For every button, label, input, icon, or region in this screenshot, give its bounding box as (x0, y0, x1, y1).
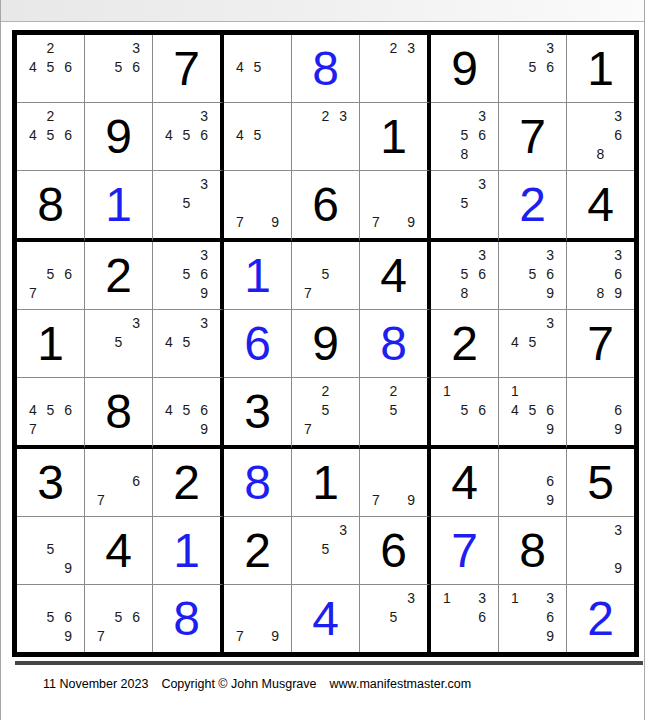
candidate-6: 6 (541, 57, 559, 76)
candidate-5: 5 (456, 264, 474, 283)
candidate-4: 4 (24, 125, 42, 144)
cell-r8c2[interactable]: 4 (85, 517, 153, 585)
candidate-3: 3 (195, 106, 213, 125)
footer-date: 11 November 2023 (43, 677, 148, 691)
candidate-5: 5 (178, 400, 196, 419)
candidate-6: 6 (59, 607, 77, 626)
cell-r3c2[interactable]: 1 (85, 171, 153, 242)
cell-r8c4[interactable]: 2 (224, 517, 292, 585)
cell-r1c5[interactable]: 8 (292, 35, 360, 103)
cell-r1c9[interactable]: 1 (567, 35, 634, 103)
cell-r3c1[interactable]: 8 (17, 171, 85, 242)
candidate-3: 3 (541, 588, 559, 607)
cell-r6c3[interactable]: 4569 (153, 378, 224, 449)
candidate-9: 9 (541, 491, 559, 510)
cell-r4c1[interactable]: 567 (17, 242, 85, 310)
candidate-5: 5 (42, 400, 60, 419)
cell-r8c5[interactable]: 35 (292, 517, 360, 585)
cell-r5c3[interactable]: 345 (153, 310, 224, 378)
solved-digit: 4 (312, 595, 339, 643)
cell-r8c7[interactable]: 7 (431, 517, 499, 585)
cell-r9c7[interactable]: 136 (431, 585, 499, 652)
given-digit: 8 (519, 527, 546, 575)
given-digit: 1 (37, 320, 64, 368)
candidate-5: 5 (42, 539, 60, 558)
solved-digit: 8 (312, 45, 339, 93)
solved-digit: 2 (519, 181, 546, 229)
candidate-3: 3 (609, 106, 627, 125)
candidate-6: 6 (195, 400, 213, 419)
candidate-3: 3 (609, 245, 627, 264)
candidate-2: 2 (385, 381, 403, 400)
candidate-6: 6 (127, 57, 145, 76)
given-digit: 5 (587, 459, 614, 507)
candidate-7: 7 (299, 284, 317, 303)
solved-digit: 8 (380, 320, 407, 368)
candidate-8: 8 (456, 145, 474, 164)
cell-r8c6[interactable]: 6 (360, 517, 431, 585)
candidate-5: 5 (42, 264, 60, 283)
candidate-4: 4 (160, 332, 178, 351)
given-digit: 6 (380, 527, 407, 575)
candidate-6: 6 (59, 400, 77, 419)
app-window: 2456356745823935612456934564523135687368… (0, 0, 645, 720)
candidate-9: 9 (59, 627, 77, 646)
cell-r7c6[interactable]: 79 (360, 449, 431, 517)
candidate-5: 5 (178, 125, 196, 144)
candidate-1: 1 (438, 381, 456, 400)
candidate-2: 2 (385, 38, 403, 57)
candidate-1: 1 (438, 588, 456, 607)
cell-r7c5[interactable]: 1 (292, 449, 360, 517)
candidate-6: 6 (609, 264, 627, 283)
candidate-5: 5 (110, 332, 128, 351)
given-digit: 7 (519, 113, 546, 161)
candidate-7: 7 (92, 491, 110, 510)
candidate-1: 1 (506, 588, 524, 607)
given-digit: 7 (173, 45, 200, 93)
given-digit: 9 (105, 113, 132, 161)
cell-r6c4[interactable]: 3 (224, 378, 292, 449)
cell-r6c2[interactable]: 8 (85, 378, 153, 449)
cell-r2c3[interactable]: 3456 (153, 103, 224, 171)
candidate-3: 3 (195, 245, 213, 264)
candidate-6: 6 (127, 471, 145, 490)
candidate-5: 5 (42, 607, 60, 626)
cell-r6c8[interactable]: 14569 (499, 378, 567, 449)
cell-r6c1[interactable]: 4567 (17, 378, 85, 449)
cell-r4c2[interactable]: 2 (85, 242, 153, 310)
solved-digit: 1 (244, 252, 271, 300)
candidate-5: 5 (524, 400, 542, 419)
cell-r2c7[interactable]: 3568 (431, 103, 499, 171)
candidate-3: 3 (195, 313, 213, 332)
cell-r3c3[interactable]: 35 (153, 171, 224, 242)
candidate-6: 6 (473, 400, 491, 419)
candidate-7: 7 (367, 213, 385, 232)
candidate-7: 7 (367, 491, 385, 510)
candidate-6: 6 (473, 125, 491, 144)
cell-r5c7[interactable]: 2 (431, 310, 499, 378)
candidate-5: 5 (110, 57, 128, 76)
cell-r2c8[interactable]: 7 (499, 103, 567, 171)
cell-r7c1[interactable]: 3 (17, 449, 85, 517)
cell-r9c4[interactable]: 79 (224, 585, 292, 652)
candidate-3: 3 (127, 313, 145, 332)
candidate-9: 9 (266, 627, 284, 646)
candidate-6: 6 (195, 264, 213, 283)
cell-r9c2[interactable]: 567 (85, 585, 153, 652)
cell-r8c3[interactable]: 1 (153, 517, 224, 585)
cell-r4c7[interactable]: 3568 (431, 242, 499, 310)
cell-r2c1[interactable]: 2456 (17, 103, 85, 171)
candidate-6: 6 (473, 607, 491, 626)
cell-r6c9[interactable]: 69 (567, 378, 634, 449)
cell-r2c9[interactable]: 368 (567, 103, 634, 171)
cell-r9c1[interactable]: 569 (17, 585, 85, 652)
candidate-5: 5 (249, 125, 267, 144)
cell-r7c3[interactable]: 2 (153, 449, 224, 517)
given-digit: 3 (37, 459, 64, 507)
candidate-4: 4 (160, 125, 178, 144)
cell-r9c5[interactable]: 4 (292, 585, 360, 652)
candidate-6: 6 (473, 264, 491, 283)
candidate-3: 3 (541, 313, 559, 332)
candidate-3: 3 (541, 245, 559, 264)
candidate-5: 5 (456, 400, 474, 419)
candidate-3: 3 (473, 174, 491, 193)
candidate-5: 5 (178, 332, 196, 351)
cell-r4c4[interactable]: 1 (224, 242, 292, 310)
candidate-9: 9 (541, 627, 559, 646)
cell-r9c9[interactable]: 2 (567, 585, 634, 652)
given-digit: 4 (105, 527, 132, 575)
cell-r1c8[interactable]: 356 (499, 35, 567, 103)
cell-r6c6[interactable]: 25 (360, 378, 431, 449)
candidate-5: 5 (110, 607, 128, 626)
candidate-4: 4 (160, 400, 178, 419)
candidate-2: 2 (42, 106, 60, 125)
candidate-4: 4 (24, 400, 42, 419)
candidate-7: 7 (24, 284, 42, 303)
candidate-2: 2 (317, 106, 335, 125)
solved-digit: 2 (587, 595, 614, 643)
candidate-5: 5 (42, 57, 60, 76)
candidate-9: 9 (609, 420, 627, 439)
cell-r2c6[interactable]: 1 (360, 103, 431, 171)
cell-r9c3[interactable]: 8 (153, 585, 224, 652)
candidate-3: 3 (127, 38, 145, 57)
footer-copyright: Copyright © John Musgrave (161, 677, 316, 691)
solved-digit: 8 (173, 595, 200, 643)
candidate-6: 6 (541, 607, 559, 626)
cell-r5c8[interactable]: 345 (499, 310, 567, 378)
candidate-9: 9 (59, 559, 77, 578)
candidate-3: 3 (402, 588, 420, 607)
cell-r3c8[interactable]: 2 (499, 171, 567, 242)
candidate-9: 9 (609, 559, 627, 578)
cell-r8c9[interactable]: 39 (567, 517, 634, 585)
given-digit: 1 (587, 45, 614, 93)
candidate-5: 5 (317, 400, 335, 419)
cell-r7c8[interactable]: 69 (499, 449, 567, 517)
candidate-5: 5 (456, 125, 474, 144)
cell-r1c7[interactable]: 9 (431, 35, 499, 103)
given-digit: 4 (587, 181, 614, 229)
cell-r3c6[interactable]: 79 (360, 171, 431, 242)
given-digit: 6 (312, 181, 339, 229)
candidate-8: 8 (592, 284, 610, 303)
candidate-4: 4 (506, 400, 524, 419)
cell-r2c4[interactable]: 45 (224, 103, 292, 171)
cell-r7c9[interactable]: 5 (567, 449, 634, 517)
cell-r7c2[interactable]: 67 (85, 449, 153, 517)
cell-r5c2[interactable]: 35 (85, 310, 153, 378)
cell-r3c7[interactable]: 35 (431, 171, 499, 242)
candidate-6: 6 (609, 400, 627, 419)
candidate-3: 3 (334, 520, 352, 539)
cell-r4c6[interactable]: 4 (360, 242, 431, 310)
given-digit: 8 (37, 181, 64, 229)
candidate-9: 9 (541, 284, 559, 303)
candidate-3: 3 (473, 245, 491, 264)
candidate-6: 6 (541, 471, 559, 490)
solved-digit: 6 (244, 320, 271, 368)
cell-r3c5[interactable]: 6 (292, 171, 360, 242)
solved-digit: 1 (173, 527, 200, 575)
candidate-2: 2 (42, 38, 60, 57)
candidate-9: 9 (195, 420, 213, 439)
footer-website-link[interactable]: www.manifestmaster.com (330, 677, 472, 691)
cell-r3c9[interactable]: 4 (567, 171, 634, 242)
candidate-6: 6 (609, 125, 627, 144)
candidate-5: 5 (317, 264, 335, 283)
candidate-6: 6 (541, 400, 559, 419)
candidate-7: 7 (92, 627, 110, 646)
candidate-4: 4 (506, 332, 524, 351)
candidate-5: 5 (249, 57, 267, 76)
given-digit: 1 (312, 459, 339, 507)
candidate-7: 7 (231, 213, 249, 232)
cell-r1c1[interactable]: 2456 (17, 35, 85, 103)
given-digit: 2 (451, 320, 478, 368)
candidate-5: 5 (178, 264, 196, 283)
candidate-9: 9 (402, 491, 420, 510)
cell-r2c5[interactable]: 23 (292, 103, 360, 171)
given-digit: 8 (105, 388, 132, 436)
cell-r6c7[interactable]: 156 (431, 378, 499, 449)
solved-digit: 1 (105, 181, 132, 229)
given-digit: 2 (173, 459, 200, 507)
solved-digit: 8 (244, 459, 271, 507)
cell-r4c5[interactable]: 57 (292, 242, 360, 310)
given-digit: 1 (380, 113, 407, 161)
cell-r1c4[interactable]: 45 (224, 35, 292, 103)
candidate-6: 6 (127, 607, 145, 626)
candidate-9: 9 (541, 420, 559, 439)
sudoku-board-wrap: 2456356745823935612456934564523135687368… (12, 30, 639, 657)
footer: 11 November 2023 Copyright © John Musgra… (43, 677, 644, 691)
candidate-4: 4 (231, 125, 249, 144)
sudoku-board: 2456356745823935612456934564523135687368… (12, 30, 639, 657)
solved-digit: 7 (451, 527, 478, 575)
candidate-5: 5 (385, 607, 403, 626)
candidate-9: 9 (195, 284, 213, 303)
candidate-2: 2 (317, 381, 335, 400)
candidate-6: 6 (541, 264, 559, 283)
candidate-5: 5 (524, 332, 542, 351)
given-digit: 2 (105, 252, 132, 300)
candidate-3: 3 (402, 38, 420, 57)
candidate-6: 6 (195, 125, 213, 144)
candidate-3: 3 (473, 588, 491, 607)
cell-r5c5[interactable]: 9 (292, 310, 360, 378)
given-digit: 9 (312, 320, 339, 368)
cell-r8c8[interactable]: 8 (499, 517, 567, 585)
candidate-8: 8 (456, 284, 474, 303)
candidate-5: 5 (385, 400, 403, 419)
cell-r1c2[interactable]: 356 (85, 35, 153, 103)
candidate-5: 5 (42, 125, 60, 144)
candidate-1: 1 (506, 381, 524, 400)
candidate-5: 5 (524, 57, 542, 76)
cell-r6c5[interactable]: 257 (292, 378, 360, 449)
cell-r4c3[interactable]: 3569 (153, 242, 224, 310)
candidate-9: 9 (402, 213, 420, 232)
cell-r7c7[interactable]: 4 (431, 449, 499, 517)
candidate-7: 7 (231, 627, 249, 646)
cell-r8c1[interactable]: 59 (17, 517, 85, 585)
given-digit: 3 (244, 388, 271, 436)
candidate-6: 6 (59, 57, 77, 76)
candidate-3: 3 (541, 38, 559, 57)
candidate-3: 3 (609, 520, 627, 539)
cell-r1c3[interactable]: 7 (153, 35, 224, 103)
candidate-7: 7 (299, 420, 317, 439)
cell-r5c4[interactable]: 6 (224, 310, 292, 378)
candidate-6: 6 (59, 264, 77, 283)
cell-r2c2[interactable]: 9 (85, 103, 153, 171)
candidate-9: 9 (266, 213, 284, 232)
cell-r4c9[interactable]: 3689 (567, 242, 634, 310)
cell-r9c8[interactable]: 1369 (499, 585, 567, 652)
candidate-8: 8 (592, 145, 610, 164)
cell-r5c9[interactable]: 7 (567, 310, 634, 378)
candidate-9: 9 (609, 284, 627, 303)
cell-r9c6[interactable]: 35 (360, 585, 431, 652)
candidate-3: 3 (473, 106, 491, 125)
given-digit: 7 (587, 320, 614, 368)
candidate-5: 5 (456, 193, 474, 212)
cell-r4c8[interactable]: 3569 (499, 242, 567, 310)
given-digit: 4 (451, 459, 478, 507)
candidate-7: 7 (24, 420, 42, 439)
cell-r3c4[interactable]: 79 (224, 171, 292, 242)
candidate-5: 5 (524, 264, 542, 283)
cell-r5c1[interactable]: 1 (17, 310, 85, 378)
candidate-6: 6 (59, 125, 77, 144)
candidate-4: 4 (24, 57, 42, 76)
given-digit: 2 (244, 527, 271, 575)
candidate-5: 5 (178, 193, 196, 212)
given-digit: 9 (451, 45, 478, 93)
candidate-3: 3 (334, 106, 352, 125)
cell-r7c4[interactable]: 8 (224, 449, 292, 517)
candidate-3: 3 (195, 174, 213, 193)
window-titlebar (1, 0, 644, 22)
cell-r5c6[interactable]: 8 (360, 310, 431, 378)
candidate-4: 4 (231, 57, 249, 76)
cell-r1c6[interactable]: 23 (360, 35, 431, 103)
given-digit: 4 (380, 252, 407, 300)
candidate-5: 5 (317, 539, 335, 558)
